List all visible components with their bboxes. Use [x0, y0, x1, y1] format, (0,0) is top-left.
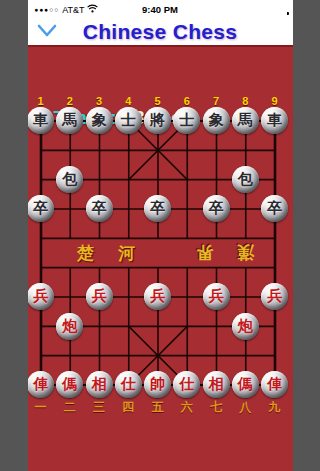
piece-horse-red[interactable]: 傌 — [56, 371, 83, 398]
piece-soldier-black[interactable]: 卒 — [261, 195, 288, 222]
page-title: Chinese Chess — [28, 20, 293, 44]
wifi-icon — [87, 4, 98, 15]
piece-soldier-red[interactable]: 兵 — [144, 283, 171, 310]
piece-general-red[interactable]: 帥 — [144, 371, 171, 398]
piece-horse-black[interactable]: 馬 — [232, 107, 259, 134]
piece-soldier-black[interactable]: 卒 — [144, 195, 171, 222]
piece-elephant-red[interactable]: 相 — [86, 371, 113, 398]
piece-chariot-red[interactable]: 俥 — [261, 371, 288, 398]
column-numeral: 七 — [201, 399, 230, 416]
app-screen: ●●●○○ AT&T 9:40 PM Chinese Chess Ti — [28, 0, 293, 471]
piece-soldier-red[interactable]: 兵 — [28, 283, 55, 310]
piece-soldier-red[interactable]: 兵 — [261, 283, 288, 310]
piece-elephant-red[interactable]: 相 — [203, 371, 230, 398]
column-numeral: 二 — [55, 399, 84, 416]
column-numeral: 八 — [231, 399, 260, 416]
piece-advisor-red[interactable]: 仕 — [115, 371, 142, 398]
piece-chariot-black[interactable]: 車 — [261, 107, 288, 134]
column-numeral: 五 — [143, 399, 172, 416]
piece-soldier-black[interactable]: 卒 — [28, 195, 55, 222]
piece-cannon-red[interactable]: 炮 — [56, 313, 83, 340]
column-numeral: 三 — [84, 399, 113, 416]
xiangqi-board[interactable]: 車馬象士將士象馬車包包卒卒卒卒卒兵兵兵兵兵炮炮俥傌相仕帥仕相傌俥 — [28, 106, 290, 399]
piece-cannon-black[interactable]: 包 — [56, 166, 83, 193]
piece-chariot-black[interactable]: 車 — [28, 107, 55, 134]
column-numbers-bottom: 一二三四五六七八九 — [28, 399, 290, 414]
piece-cannon-red[interactable]: 炮 — [232, 313, 259, 340]
piece-advisor-red[interactable]: 仕 — [173, 371, 200, 398]
piece-elephant-black[interactable]: 象 — [203, 107, 230, 134]
piece-advisor-black[interactable]: 士 — [115, 107, 142, 134]
piece-soldier-red[interactable]: 兵 — [203, 283, 230, 310]
column-numeral: 九 — [260, 399, 289, 416]
piece-soldier-red[interactable]: 兵 — [86, 283, 113, 310]
piece-advisor-black[interactable]: 士 — [173, 107, 200, 134]
piece-horse-black[interactable]: 馬 — [56, 107, 83, 134]
piece-general-black[interactable]: 將 — [144, 107, 171, 134]
signal-strength-icon: ●●●○○ — [35, 6, 60, 13]
piece-cannon-black[interactable]: 包 — [232, 166, 259, 193]
status-left: ●●●○○ AT&T — [35, 4, 99, 15]
piece-elephant-black[interactable]: 象 — [86, 107, 113, 134]
status-bar: ●●●○○ AT&T 9:40 PM — [28, 0, 293, 19]
piece-soldier-black[interactable]: 卒 — [86, 195, 113, 222]
piece-soldier-black[interactable]: 卒 — [203, 195, 230, 222]
title-bar: Chinese Chess — [28, 19, 293, 45]
column-numeral: 四 — [114, 399, 143, 416]
column-numeral: 一 — [28, 399, 56, 416]
column-numeral: 六 — [172, 399, 201, 416]
piece-horse-red[interactable]: 傌 — [232, 371, 259, 398]
piece-chariot-red[interactable]: 俥 — [28, 371, 55, 398]
carrier-label: AT&T — [62, 5, 84, 15]
